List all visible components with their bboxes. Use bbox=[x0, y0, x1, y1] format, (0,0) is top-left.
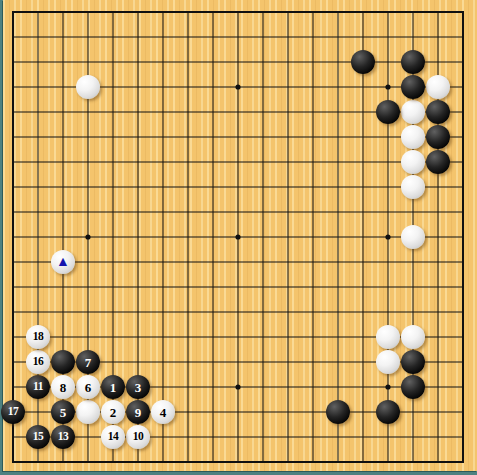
move-number-label: 9 bbox=[135, 406, 142, 419]
black-stone[interactable]: 9 bbox=[126, 400, 150, 424]
black-stone[interactable] bbox=[376, 100, 400, 124]
white-stone[interactable]: 18 bbox=[26, 325, 50, 349]
black-stone[interactable] bbox=[426, 125, 450, 149]
move-number-label: 11 bbox=[33, 381, 43, 393]
black-stone[interactable]: 15 bbox=[26, 425, 50, 449]
black-stone[interactable] bbox=[426, 150, 450, 174]
move-number-label: 14 bbox=[108, 431, 119, 443]
black-stone[interactable]: 5 bbox=[51, 400, 75, 424]
black-stone[interactable] bbox=[401, 375, 425, 399]
move-number-label: 15 bbox=[33, 431, 44, 443]
move-number-label: 7 bbox=[85, 356, 92, 369]
stone-layer: ▲1357911131517246810141618 bbox=[0, 0, 477, 475]
white-stone[interactable]: 8 bbox=[51, 375, 75, 399]
triangle-mark-icon: ▲ bbox=[56, 254, 70, 268]
white-stone[interactable] bbox=[76, 75, 100, 99]
white-stone[interactable] bbox=[76, 400, 100, 424]
black-stone[interactable] bbox=[351, 50, 375, 74]
black-stone[interactable]: 1 bbox=[101, 375, 125, 399]
black-stone[interactable] bbox=[401, 350, 425, 374]
black-stone[interactable] bbox=[401, 50, 425, 74]
move-number-label: 8 bbox=[60, 381, 67, 394]
black-stone[interactable] bbox=[326, 400, 350, 424]
white-stone[interactable]: 10 bbox=[126, 425, 150, 449]
white-stone[interactable] bbox=[401, 225, 425, 249]
black-stone[interactable]: 3 bbox=[126, 375, 150, 399]
move-number-label: 4 bbox=[160, 406, 167, 419]
white-stone[interactable]: 14 bbox=[101, 425, 125, 449]
white-stone[interactable] bbox=[376, 325, 400, 349]
black-stone[interactable]: 11 bbox=[26, 375, 50, 399]
black-stone[interactable]: 17 bbox=[1, 400, 25, 424]
move-number-label: 16 bbox=[33, 356, 44, 368]
black-stone[interactable] bbox=[426, 100, 450, 124]
black-stone[interactable]: 7 bbox=[76, 350, 100, 374]
white-stone[interactable]: 4 bbox=[151, 400, 175, 424]
white-stone[interactable]: 2 bbox=[101, 400, 125, 424]
white-stone[interactable] bbox=[401, 175, 425, 199]
move-number-label: 6 bbox=[85, 381, 92, 394]
go-diagram-window: ▲1357911131517246810141618 bbox=[0, 0, 477, 475]
white-stone[interactable] bbox=[401, 125, 425, 149]
white-stone[interactable] bbox=[401, 150, 425, 174]
move-number-label: 2 bbox=[110, 406, 117, 419]
black-stone[interactable] bbox=[401, 75, 425, 99]
move-number-label: 18 bbox=[33, 331, 44, 343]
move-number-label: 10 bbox=[133, 431, 144, 443]
white-stone[interactable] bbox=[401, 100, 425, 124]
black-stone[interactable] bbox=[376, 400, 400, 424]
black-stone[interactable]: 13 bbox=[51, 425, 75, 449]
white-stone[interactable]: ▲ bbox=[51, 250, 75, 274]
white-stone[interactable] bbox=[401, 325, 425, 349]
move-number-label: 13 bbox=[58, 431, 69, 443]
white-stone[interactable]: 16 bbox=[26, 350, 50, 374]
white-stone[interactable] bbox=[376, 350, 400, 374]
black-stone[interactable] bbox=[51, 350, 75, 374]
white-stone[interactable] bbox=[426, 75, 450, 99]
move-number-label: 1 bbox=[110, 381, 117, 394]
white-stone[interactable]: 6 bbox=[76, 375, 100, 399]
move-number-label: 17 bbox=[8, 406, 19, 418]
move-number-label: 5 bbox=[60, 406, 67, 419]
move-number-label: 3 bbox=[135, 381, 142, 394]
